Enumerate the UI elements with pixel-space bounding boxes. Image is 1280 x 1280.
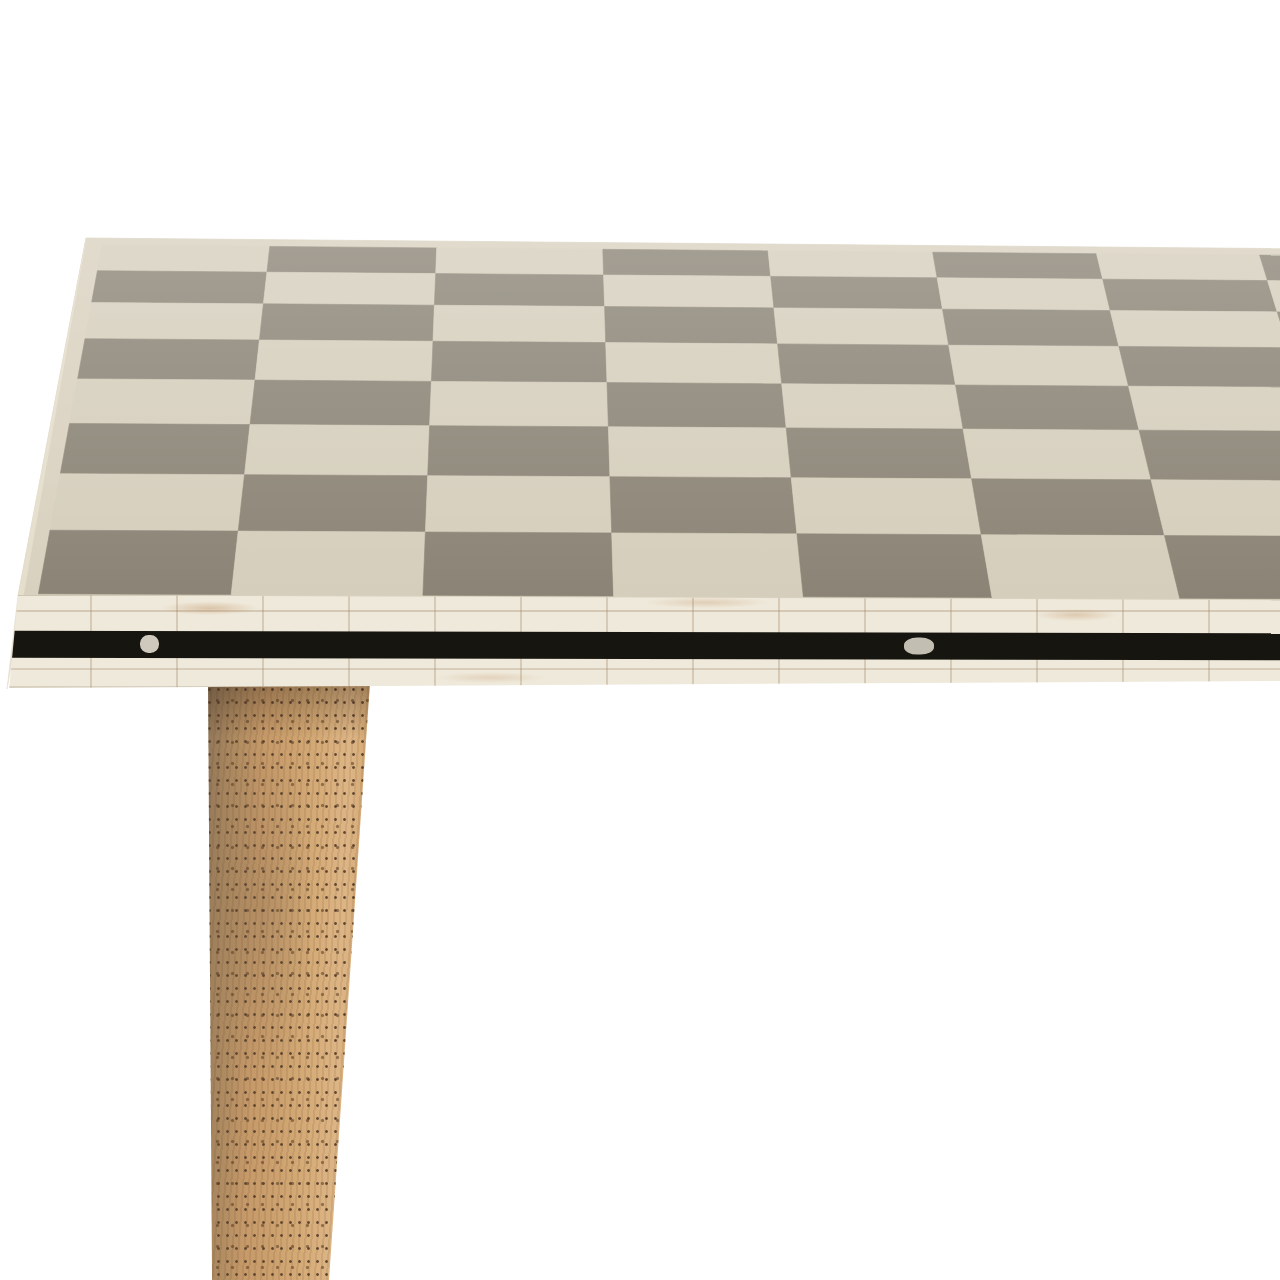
board-haze-overlay — [18, 238, 1280, 602]
tabletop-edge-band — [6, 594, 1280, 689]
edge-black-stripe — [6, 631, 1280, 660]
product-photo-scene — [0, 0, 1280, 1280]
